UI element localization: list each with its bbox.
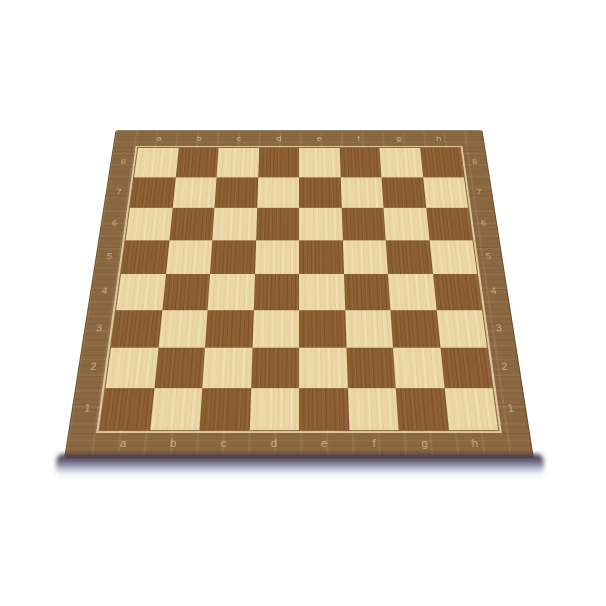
rank-label-8: 8	[472, 159, 478, 166]
square-d1	[249, 388, 299, 430]
file-labels-top: abcdefgh	[138, 130, 460, 148]
square-a8	[134, 148, 178, 177]
square-a7	[130, 177, 175, 208]
square-g2	[393, 348, 444, 388]
square-b6	[169, 208, 215, 240]
square-d5	[255, 240, 300, 274]
square-g5	[386, 240, 433, 274]
file-label-e: e	[299, 439, 349, 449]
square-g3	[390, 310, 440, 348]
file-label-g: g	[399, 439, 450, 449]
file-label-h: h	[418, 136, 459, 142]
square-e5	[299, 240, 344, 274]
square-f5	[342, 240, 388, 274]
rank-label-6: 6	[111, 220, 117, 227]
square-b8	[175, 148, 218, 177]
square-b1	[150, 388, 203, 430]
square-h5	[429, 240, 477, 274]
board-perspective-scene: abcdefgh abcdefgh 87654321 87654321	[64, 130, 534, 458]
square-b7	[172, 177, 216, 208]
square-b4	[162, 274, 210, 310]
file-label-b: b	[148, 439, 199, 449]
square-d8	[258, 148, 299, 177]
board-edge-shadow	[56, 454, 544, 478]
square-c6	[212, 208, 256, 240]
square-h2	[440, 348, 492, 388]
square-h3	[436, 310, 487, 348]
square-e4	[299, 274, 345, 310]
square-d6	[256, 208, 299, 240]
square-d4	[253, 274, 299, 310]
square-a3	[111, 310, 162, 348]
file-label-f: f	[349, 439, 400, 449]
square-f2	[346, 348, 396, 388]
square-f1	[347, 388, 398, 430]
chessboard: abcdefgh abcdefgh 87654321 87654321	[64, 130, 534, 458]
rank-label-1: 1	[84, 404, 92, 414]
square-e2	[299, 348, 347, 388]
square-c4	[208, 274, 255, 310]
square-c2	[202, 348, 252, 388]
square-f4	[344, 274, 391, 310]
square-g6	[384, 208, 430, 240]
square-a4	[116, 274, 165, 310]
square-f7	[340, 177, 383, 208]
file-label-e: e	[299, 136, 339, 142]
square-f6	[341, 208, 385, 240]
square-h7	[423, 177, 468, 208]
square-c3	[205, 310, 253, 348]
rank-label-4: 4	[490, 288, 497, 296]
file-label-f: f	[339, 136, 379, 142]
file-label-h: h	[449, 439, 500, 449]
square-e7	[299, 177, 341, 208]
square-c1	[199, 388, 250, 430]
file-label-a: a	[139, 136, 180, 142]
rank-label-5: 5	[485, 253, 492, 261]
rank-label-5: 5	[106, 253, 113, 261]
square-g4	[388, 274, 436, 310]
square-e3	[299, 310, 346, 348]
rank-label-6: 6	[480, 220, 486, 227]
square-g7	[381, 177, 425, 208]
file-label-d: d	[259, 136, 299, 142]
file-label-c: c	[219, 136, 259, 142]
file-label-b: b	[179, 136, 219, 142]
square-e6	[299, 208, 342, 240]
square-c7	[214, 177, 257, 208]
square-h6	[426, 208, 473, 240]
square-g1	[396, 388, 449, 430]
square-a2	[106, 348, 158, 388]
square-b5	[166, 240, 213, 274]
file-label-g: g	[379, 136, 419, 142]
square-a6	[126, 208, 173, 240]
rank-label-7: 7	[476, 189, 482, 196]
square-c5	[210, 240, 256, 274]
rank-label-2: 2	[501, 363, 508, 372]
square-b2	[154, 348, 205, 388]
square-h1	[444, 388, 498, 430]
rank-label-3: 3	[495, 324, 502, 333]
rank-label-3: 3	[96, 324, 103, 333]
file-label-c: c	[198, 439, 249, 449]
square-f8	[339, 148, 381, 177]
square-e1	[299, 388, 349, 430]
rank-label-4: 4	[101, 288, 108, 296]
square-h8	[420, 148, 464, 177]
square-d3	[252, 310, 299, 348]
square-a1	[100, 388, 154, 430]
square-f3	[345, 310, 393, 348]
square-c8	[217, 148, 259, 177]
rank-label-8: 8	[120, 159, 126, 166]
board-field	[100, 148, 498, 430]
rank-label-7: 7	[116, 189, 122, 196]
square-b3	[158, 310, 208, 348]
file-label-d: d	[249, 439, 299, 449]
rank-label-1: 1	[507, 404, 515, 414]
square-e8	[299, 148, 340, 177]
square-d7	[257, 177, 299, 208]
square-a5	[121, 240, 169, 274]
rank-label-2: 2	[90, 363, 97, 372]
file-label-a: a	[97, 439, 148, 449]
square-d2	[251, 348, 299, 388]
square-h4	[433, 274, 482, 310]
square-g8	[379, 148, 422, 177]
